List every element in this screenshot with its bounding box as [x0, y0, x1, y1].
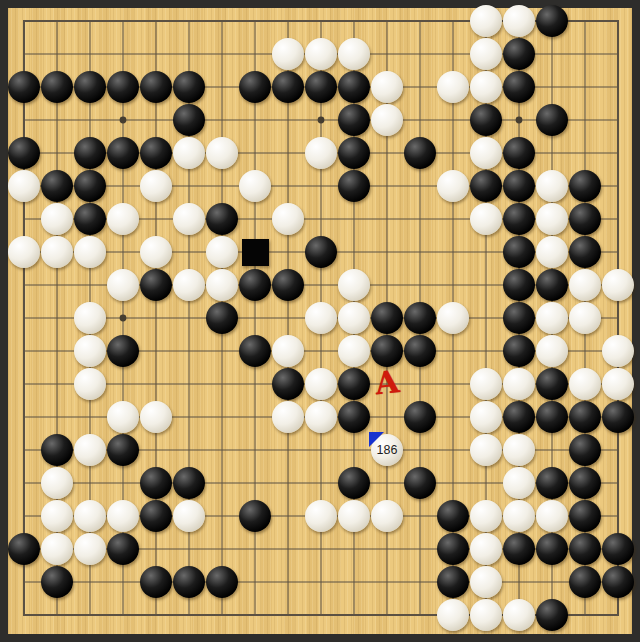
- stone-black-5-5[interactable]: [140, 137, 172, 169]
- star-point: [120, 117, 127, 124]
- stone-white-17-10[interactable]: [536, 302, 568, 334]
- stone-black-11-15[interactable]: [338, 467, 370, 499]
- stone-white-11-10[interactable]: [338, 302, 370, 334]
- stone-white-18-9[interactable]: [569, 269, 601, 301]
- stone-white-17-8[interactable]: [536, 236, 568, 268]
- move-186-stone[interactable]: 186: [371, 434, 403, 466]
- stone-black-17-4[interactable]: [536, 104, 568, 136]
- stone-white-11-2[interactable]: [338, 38, 370, 70]
- stone-white-5-6[interactable]: [140, 170, 172, 202]
- stone-black-18-6[interactable]: [569, 170, 601, 202]
- annotation-letter-A[interactable]: A: [373, 366, 400, 399]
- stone-black-4-14[interactable]: [107, 434, 139, 466]
- stone-white-15-13[interactable]: [470, 401, 502, 433]
- stone-black-18-7[interactable]: [569, 203, 601, 235]
- stone-black-5-18[interactable]: [140, 566, 172, 598]
- stone-white-3-17[interactable]: [74, 533, 106, 565]
- stone-white-15-3[interactable]: [470, 71, 502, 103]
- stone-white-3-12[interactable]: [74, 368, 106, 400]
- stone-white-9-2[interactable]: [272, 38, 304, 70]
- stone-black-8-16[interactable]: [239, 500, 271, 532]
- stone-white-17-7[interactable]: [536, 203, 568, 235]
- stone-white-15-18[interactable]: [470, 566, 502, 598]
- stone-white-1-6[interactable]: [8, 170, 40, 202]
- stone-white-14-6[interactable]: [437, 170, 469, 202]
- stone-white-14-3[interactable]: [437, 71, 469, 103]
- stone-black-5-15[interactable]: [140, 467, 172, 499]
- black-square-marker[interactable]: [242, 239, 269, 266]
- stone-white-15-1[interactable]: [470, 5, 502, 37]
- stone-white-16-16[interactable]: [503, 500, 535, 532]
- stone-white-7-9[interactable]: [206, 269, 238, 301]
- stone-white-10-12[interactable]: [305, 368, 337, 400]
- stone-white-3-10[interactable]: [74, 302, 106, 334]
- stone-black-18-14[interactable]: [569, 434, 601, 466]
- stone-black-7-7[interactable]: [206, 203, 238, 235]
- stone-black-16-9[interactable]: [503, 269, 535, 301]
- stone-white-8-6[interactable]: [239, 170, 271, 202]
- stone-white-4-13[interactable]: [107, 401, 139, 433]
- stone-black-16-11[interactable]: [503, 335, 535, 367]
- stone-black-15-6[interactable]: [470, 170, 502, 202]
- stone-black-1-5[interactable]: [8, 137, 40, 169]
- stone-black-5-16[interactable]: [140, 500, 172, 532]
- stone-white-5-13[interactable]: [140, 401, 172, 433]
- stone-black-4-5[interactable]: [107, 137, 139, 169]
- stone-black-10-3[interactable]: [305, 71, 337, 103]
- stone-white-4-7[interactable]: [107, 203, 139, 235]
- stone-black-16-10[interactable]: [503, 302, 535, 334]
- stone-white-19-9[interactable]: [602, 269, 634, 301]
- stone-black-12-10[interactable]: [371, 302, 403, 334]
- stone-black-14-18[interactable]: [437, 566, 469, 598]
- stone-black-11-12[interactable]: [338, 368, 370, 400]
- stone-black-16-6[interactable]: [503, 170, 535, 202]
- stone-white-15-2[interactable]: [470, 38, 502, 70]
- stone-black-18-18[interactable]: [569, 566, 601, 598]
- stone-black-16-3[interactable]: [503, 71, 535, 103]
- stone-black-17-17[interactable]: [536, 533, 568, 565]
- stone-black-2-6[interactable]: [41, 170, 73, 202]
- stone-white-18-10[interactable]: [569, 302, 601, 334]
- stone-white-12-3[interactable]: [371, 71, 403, 103]
- stone-white-11-11[interactable]: [338, 335, 370, 367]
- stone-black-5-9[interactable]: [140, 269, 172, 301]
- stone-black-9-3[interactable]: [272, 71, 304, 103]
- stone-white-16-12[interactable]: [503, 368, 535, 400]
- stone-white-15-7[interactable]: [470, 203, 502, 235]
- stone-white-6-5[interactable]: [173, 137, 205, 169]
- stone-black-18-13[interactable]: [569, 401, 601, 433]
- stone-black-16-13[interactable]: [503, 401, 535, 433]
- stone-white-19-11[interactable]: [602, 335, 634, 367]
- stone-white-16-14[interactable]: [503, 434, 535, 466]
- stone-white-17-6[interactable]: [536, 170, 568, 202]
- stone-white-6-9[interactable]: [173, 269, 205, 301]
- stone-white-7-8[interactable]: [206, 236, 238, 268]
- stone-white-16-19[interactable]: [503, 599, 535, 631]
- stone-white-15-14[interactable]: [470, 434, 502, 466]
- stone-white-2-15[interactable]: [41, 467, 73, 499]
- stone-white-12-16[interactable]: [371, 500, 403, 532]
- stone-black-17-9[interactable]: [536, 269, 568, 301]
- stone-white-9-7[interactable]: [272, 203, 304, 235]
- star-point: [516, 117, 523, 124]
- stone-black-13-10[interactable]: [404, 302, 436, 334]
- stone-black-17-15[interactable]: [536, 467, 568, 499]
- stone-white-9-13[interactable]: [272, 401, 304, 433]
- stone-black-17-13[interactable]: [536, 401, 568, 433]
- stone-white-6-16[interactable]: [173, 500, 205, 532]
- stone-black-11-13[interactable]: [338, 401, 370, 433]
- stone-white-19-12[interactable]: [602, 368, 634, 400]
- stone-white-4-9[interactable]: [107, 269, 139, 301]
- stone-black-11-6[interactable]: [338, 170, 370, 202]
- stone-white-12-4[interactable]: [371, 104, 403, 136]
- stone-black-13-15[interactable]: [404, 467, 436, 499]
- stone-black-18-16[interactable]: [569, 500, 601, 532]
- stone-white-16-15[interactable]: [503, 467, 535, 499]
- stone-white-1-8[interactable]: [8, 236, 40, 268]
- stone-black-6-3[interactable]: [173, 71, 205, 103]
- stone-black-13-11[interactable]: [404, 335, 436, 367]
- stone-black-18-8[interactable]: [569, 236, 601, 268]
- stone-white-6-7[interactable]: [173, 203, 205, 235]
- stone-black-9-12[interactable]: [272, 368, 304, 400]
- stone-white-3-14[interactable]: [74, 434, 106, 466]
- stone-white-16-1[interactable]: [503, 5, 535, 37]
- move-number-label: 186: [371, 434, 403, 466]
- stone-black-13-13[interactable]: [404, 401, 436, 433]
- stone-black-6-4[interactable]: [173, 104, 205, 136]
- stone-white-2-8[interactable]: [41, 236, 73, 268]
- stone-black-11-3[interactable]: [338, 71, 370, 103]
- stone-white-15-16[interactable]: [470, 500, 502, 532]
- stone-black-8-11[interactable]: [239, 335, 271, 367]
- stone-white-3-11[interactable]: [74, 335, 106, 367]
- stone-black-2-3[interactable]: [41, 71, 73, 103]
- stone-black-19-18[interactable]: [602, 566, 634, 598]
- stone-black-17-1[interactable]: [536, 5, 568, 37]
- stone-black-8-3[interactable]: [239, 71, 271, 103]
- stone-white-2-16[interactable]: [41, 500, 73, 532]
- stone-white-10-16[interactable]: [305, 500, 337, 532]
- stone-white-7-5[interactable]: [206, 137, 238, 169]
- stone-black-11-4[interactable]: [338, 104, 370, 136]
- stone-black-4-3[interactable]: [107, 71, 139, 103]
- stone-black-14-16[interactable]: [437, 500, 469, 532]
- go-board-frame: A186: [0, 0, 640, 642]
- stone-white-4-16[interactable]: [107, 500, 139, 532]
- stone-white-17-11[interactable]: [536, 335, 568, 367]
- stone-white-14-10[interactable]: [437, 302, 469, 334]
- stone-white-15-12[interactable]: [470, 368, 502, 400]
- stone-black-15-4[interactable]: [470, 104, 502, 136]
- stone-black-3-5[interactable]: [74, 137, 106, 169]
- stone-white-15-5[interactable]: [470, 137, 502, 169]
- stone-white-10-13[interactable]: [305, 401, 337, 433]
- stone-black-6-18[interactable]: [173, 566, 205, 598]
- stone-black-12-11[interactable]: [371, 335, 403, 367]
- stone-black-11-5[interactable]: [338, 137, 370, 169]
- stone-black-16-5[interactable]: [503, 137, 535, 169]
- stone-white-10-5[interactable]: [305, 137, 337, 169]
- stone-white-5-8[interactable]: [140, 236, 172, 268]
- stone-black-1-3[interactable]: [8, 71, 40, 103]
- stone-white-17-16[interactable]: [536, 500, 568, 532]
- stone-black-7-18[interactable]: [206, 566, 238, 598]
- stone-black-3-6[interactable]: [74, 170, 106, 202]
- stone-white-3-16[interactable]: [74, 500, 106, 532]
- stone-white-2-7[interactable]: [41, 203, 73, 235]
- stone-white-9-11[interactable]: [272, 335, 304, 367]
- stone-black-16-8[interactable]: [503, 236, 535, 268]
- stone-black-17-19[interactable]: [536, 599, 568, 631]
- stone-black-17-12[interactable]: [536, 368, 568, 400]
- stone-black-16-2[interactable]: [503, 38, 535, 70]
- stone-black-16-7[interactable]: [503, 203, 535, 235]
- stone-black-2-18[interactable]: [41, 566, 73, 598]
- stone-black-19-13[interactable]: [602, 401, 634, 433]
- stone-white-10-10[interactable]: [305, 302, 337, 334]
- stone-white-15-19[interactable]: [470, 599, 502, 631]
- star-point: [318, 117, 325, 124]
- stone-black-8-9[interactable]: [239, 269, 271, 301]
- stone-black-9-9[interactable]: [272, 269, 304, 301]
- stone-black-10-8[interactable]: [305, 236, 337, 268]
- stone-black-18-15[interactable]: [569, 467, 601, 499]
- stone-white-15-17[interactable]: [470, 533, 502, 565]
- stone-black-14-17[interactable]: [437, 533, 469, 565]
- stone-black-13-5[interactable]: [404, 137, 436, 169]
- stone-black-3-7[interactable]: [74, 203, 106, 235]
- stone-black-7-10[interactable]: [206, 302, 238, 334]
- stone-black-16-17[interactable]: [503, 533, 535, 565]
- stone-white-18-12[interactable]: [569, 368, 601, 400]
- stone-black-19-17[interactable]: [602, 533, 634, 565]
- stone-white-11-16[interactable]: [338, 500, 370, 532]
- stone-black-3-3[interactable]: [74, 71, 106, 103]
- stone-black-4-11[interactable]: [107, 335, 139, 367]
- stone-white-2-17[interactable]: [41, 533, 73, 565]
- stone-white-3-8[interactable]: [74, 236, 106, 268]
- stone-white-11-9[interactable]: [338, 269, 370, 301]
- stone-white-14-19[interactable]: [437, 599, 469, 631]
- stone-black-18-17[interactable]: [569, 533, 601, 565]
- stone-black-4-17[interactable]: [107, 533, 139, 565]
- stone-black-6-15[interactable]: [173, 467, 205, 499]
- stone-black-2-14[interactable]: [41, 434, 73, 466]
- stone-black-5-3[interactable]: [140, 71, 172, 103]
- star-point: [120, 315, 127, 322]
- stone-white-10-2[interactable]: [305, 38, 337, 70]
- stone-black-1-17[interactable]: [8, 533, 40, 565]
